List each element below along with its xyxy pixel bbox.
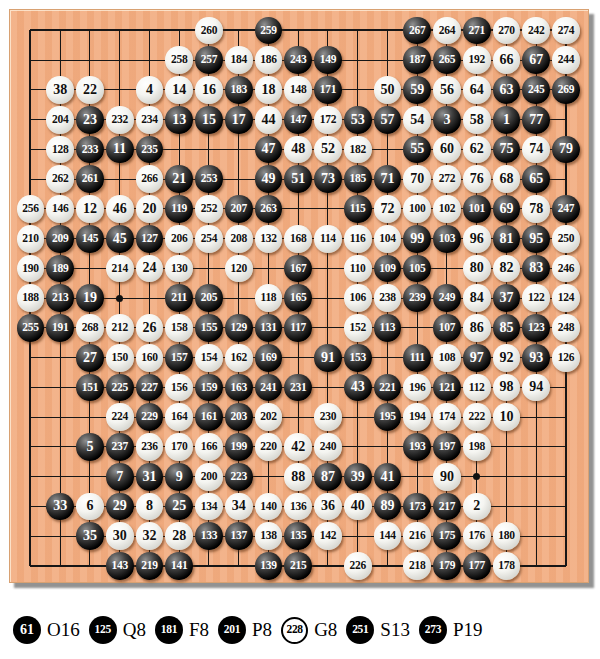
intersection: 250 [551,224,581,254]
white-stone-move-112: 112 [463,374,491,402]
grid-line-vertical [89,30,90,45]
grid-line-vertical [327,313,328,343]
intersection: 76 [462,164,492,194]
intersection: 237 [105,432,135,462]
intersection: 103 [432,224,462,254]
white-stone-move-186: 186 [255,46,283,74]
white-stone-move-44: 44 [255,106,283,134]
intersection [343,432,373,462]
white-stone-move-150: 150 [106,344,134,372]
grid-line-vertical [119,45,120,75]
intersection: 6 [75,492,105,522]
grid-line-vertical [298,30,299,45]
intersection: 96 [462,224,492,254]
grid-line-vertical [29,551,31,566]
caption-entry: 251S13 [346,616,419,644]
intersection [45,462,75,492]
white-stone-move-244: 244 [552,46,580,74]
intersection: 217 [432,492,462,522]
black-stone-move-19: 19 [76,284,104,312]
black-stone-move-105: 105 [403,255,431,283]
intersection [16,462,46,492]
white-stone-move-168: 168 [284,225,312,253]
black-stone-move-49: 49 [255,165,283,193]
white-stone-move-222: 222 [463,403,491,431]
grid-line-vertical [417,462,418,492]
white-stone-move-196: 196 [403,374,431,402]
black-stone-move-9: 9 [165,463,193,491]
intersection [224,135,254,165]
intersection: 122 [521,283,551,313]
white-stone-move-116: 116 [344,225,372,253]
intersection [45,16,75,46]
intersection: 54 [402,105,432,135]
caption-coordinate: S13 [380,619,410,641]
black-stone-move-75: 75 [493,136,521,164]
black-stone-move-13: 13 [165,106,193,134]
intersection: 257 [194,45,224,75]
intersection [75,254,105,284]
black-stone-move-53: 53 [344,106,372,134]
intersection: 149 [313,45,343,75]
white-stone-move-128: 128 [46,136,74,164]
intersection: 205 [194,283,224,313]
black-stone-move-145: 145 [76,225,104,253]
black-stone-move-59: 59 [403,76,431,104]
intersection: 176 [462,521,492,551]
white-stone-move-212: 212 [106,314,134,342]
grid-line-vertical [208,135,209,165]
grid-line-vertical [29,135,31,165]
intersection [16,343,46,373]
grid-line-vertical [29,45,31,75]
intersection: 65 [521,164,551,194]
black-stone-move-43: 43 [344,374,372,402]
grid-line-vertical [357,75,358,105]
intersection: 26 [135,313,165,343]
grid-line-vertical [387,343,388,373]
intersection [164,16,194,46]
grid-line-vertical [327,373,328,403]
black-stone-move-245: 245 [522,76,550,104]
intersection: 145 [75,224,105,254]
intersection [105,45,135,75]
white-stone-move-114: 114 [314,225,342,253]
black-stone-move-93: 93 [522,344,550,372]
white-stone-move-152: 152 [344,314,372,342]
grid-line-vertical [387,551,388,566]
intersection: 160 [135,343,165,373]
intersection: 112 [462,373,492,403]
intersection: 119 [164,194,194,224]
intersection: 126 [551,343,581,373]
intersection [343,75,373,105]
intersection [313,194,343,224]
black-stone-move-137: 137 [225,522,253,550]
black-stone-move-235: 235 [136,136,164,164]
black-stone-move-45: 45 [106,225,134,253]
white-stone-move-262: 262 [46,165,74,193]
intersection: 222 [462,402,492,432]
intersection: 51 [283,164,313,194]
intersection [135,16,165,46]
grid-line-horizontal [551,387,566,388]
black-stone-move-127: 127 [136,225,164,253]
intersection: 46 [105,194,135,224]
intersection: 67 [521,45,551,75]
white-stone-move-84: 84 [463,284,491,312]
white-stone-move-38: 38 [46,76,74,104]
intersection: 227 [135,373,165,403]
intersection: 262 [45,164,75,194]
black-stone-move-87: 87 [314,463,342,491]
intersection: 56 [432,75,462,105]
grid-line-vertical [536,521,537,551]
intersection: 124 [551,283,581,313]
black-stone-move-115: 115 [344,195,372,223]
grid-line-horizontal [551,119,566,120]
intersection [194,254,224,284]
black-stone-icon: 201 [218,616,246,644]
intersection: 30 [105,521,135,551]
grid-line-horizontal [30,60,45,61]
white-stone-move-162: 162 [225,344,253,372]
intersection: 22 [75,75,105,105]
black-stone-move-247: 247 [552,195,580,223]
intersection: 50 [373,75,403,105]
intersection [373,135,403,165]
intersection: 5 [75,432,105,462]
intersection: 18 [254,75,284,105]
white-stone-move-216: 216 [403,522,431,550]
intersection: 88 [283,462,313,492]
intersection: 270 [492,16,522,46]
star-point [473,473,480,480]
grid-line-vertical [506,492,507,522]
intersection: 153 [343,343,373,373]
grid-line-vertical [565,492,567,522]
black-stone-move-139: 139 [255,552,283,580]
grid-line-vertical [506,432,507,462]
intersection: 111 [402,343,432,373]
intersection: 3 [432,105,462,135]
black-stone-move-243: 243 [284,46,312,74]
intersection: 99 [402,224,432,254]
caption-entry: 181F8 [155,616,218,644]
intersection: 117 [283,313,313,343]
intersection [194,551,224,581]
grid-line-vertical [238,135,239,165]
white-stone-move-78: 78 [522,195,550,223]
black-stone-move-133: 133 [195,522,223,550]
black-stone-move-79: 79 [552,136,580,164]
intersection: 173 [402,492,432,522]
intersection [373,551,403,581]
black-stone-move-213: 213 [46,284,74,312]
intersection [283,343,313,373]
black-stone-move-191: 191 [46,314,74,342]
intersection: 118 [254,283,284,313]
grid-line-vertical [29,343,31,373]
white-stone-move-126: 126 [552,344,580,372]
black-stone-move-143: 143 [106,552,134,580]
grid-line-horizontal [30,506,45,507]
intersection: 148 [283,75,313,105]
intersection: 74 [521,135,551,165]
intersection [373,432,403,462]
white-stone-move-34: 34 [225,493,253,521]
intersection: 81 [492,224,522,254]
grid-line-vertical [327,194,328,224]
white-stone-move-94: 94 [522,374,550,402]
grid-line-vertical [298,343,299,373]
intersection: 49 [254,164,284,194]
black-stone-move-37: 37 [493,284,521,312]
black-stone-move-35: 35 [76,522,104,550]
white-stone-move-24: 24 [136,255,164,283]
black-stone-move-241: 241 [255,374,283,402]
black-stone-move-29: 29 [106,493,134,521]
black-stone-move-101: 101 [463,195,491,223]
intersection: 197 [432,432,462,462]
intersection [16,373,46,403]
grid-line-horizontal [551,446,566,447]
intersection: 59 [402,75,432,105]
intersection [521,432,551,462]
black-stone-move-1: 1 [493,106,521,134]
intersection: 57 [373,105,403,135]
white-stone-move-202: 202 [255,403,283,431]
intersection: 271 [462,16,492,46]
white-stone-move-4: 4 [136,76,164,104]
white-stone-move-58: 58 [463,106,491,134]
white-stone-move-184: 184 [225,46,253,74]
grid-line-vertical [29,432,31,462]
white-stone-move-28: 28 [165,522,193,550]
intersection [16,432,46,462]
white-stone-move-158: 158 [165,314,193,342]
intersection [283,402,313,432]
black-stone-move-249: 249 [433,284,461,312]
intersection: 138 [254,521,284,551]
intersection [373,45,403,75]
black-stone-move-95: 95 [522,225,550,253]
intersection: 151 [75,373,105,403]
intersection: 244 [551,45,581,75]
intersection: 233 [75,135,105,165]
intersection: 104 [373,224,403,254]
black-stone-move-163: 163 [225,374,253,402]
intersection: 110 [343,254,373,284]
intersection [75,16,105,46]
white-stone-move-98: 98 [493,374,521,402]
intersection: 156 [164,373,194,403]
white-stone-move-234: 234 [136,106,164,134]
white-stone-move-192: 192 [463,46,491,74]
black-stone-move-107: 107 [433,314,461,342]
white-stone-move-106: 106 [344,284,372,312]
intersection: 259 [254,16,284,46]
intersection: 10 [492,402,522,432]
black-stone-move-211: 211 [165,284,193,312]
intersection: 193 [402,432,432,462]
intersection: 171 [313,75,343,105]
intersection: 194 [402,402,432,432]
intersection: 210 [16,224,46,254]
white-stone-move-206: 206 [165,225,193,253]
white-stone-move-22: 22 [76,76,104,104]
intersection: 33 [45,492,75,522]
grid-line-horizontal [30,89,45,90]
grid-line-vertical [60,462,61,492]
intersection: 165 [283,283,313,313]
white-stone-move-146: 146 [46,195,74,223]
black-stone-move-151: 151 [76,374,104,402]
intersection [462,462,492,492]
black-stone-move-99: 99 [403,225,431,253]
black-stone-move-203: 203 [225,403,253,431]
intersection [283,194,313,224]
intersection [283,16,313,46]
intersection [105,283,135,313]
intersection [551,551,581,581]
caption-coordinate: G8 [314,619,337,641]
black-stone-move-189: 189 [46,255,74,283]
grid-line-vertical [357,521,358,551]
white-stone-move-274: 274 [552,17,580,45]
grid-line-vertical [327,283,328,313]
white-stone-move-8: 8 [136,493,164,521]
intersection [45,551,75,581]
black-stone-move-77: 77 [522,106,550,134]
intersection: 177 [462,551,492,581]
intersection: 20 [135,194,165,224]
grid-line-vertical [238,551,239,566]
white-stone-move-260: 260 [195,17,223,45]
black-stone-move-223: 223 [225,463,253,491]
intersection: 214 [105,254,135,284]
grid-line-vertical [29,492,31,522]
intersection: 203 [224,402,254,432]
intersection: 63 [492,75,522,105]
intersection [521,521,551,551]
grid-line-vertical [89,45,90,75]
intersection: 215 [283,551,313,581]
black-stone-move-129: 129 [225,314,253,342]
white-stone-move-220: 220 [255,433,283,461]
intersection [75,462,105,492]
intersection [313,254,343,284]
intersection: 265 [432,45,462,75]
grid-line-vertical [119,164,120,194]
white-stone-move-140: 140 [255,493,283,521]
intersection: 121 [432,373,462,403]
intersection: 133 [194,521,224,551]
black-stone-move-121: 121 [433,374,461,402]
intersection: 154 [194,343,224,373]
intersection: 90 [432,462,462,492]
grid-line-vertical [506,462,507,492]
intersection: 132 [254,224,284,254]
black-stone-move-147: 147 [284,106,312,134]
intersection: 72 [373,194,403,224]
white-stone-move-10: 10 [493,403,521,431]
grid-line-vertical [29,402,31,432]
grid-line-vertical [149,283,150,313]
grid-line-vertical [327,30,328,45]
intersection: 42 [283,432,313,462]
grid-line-vertical [536,462,537,492]
grid-line-vertical [536,402,537,432]
black-stone-move-261: 261 [76,165,104,193]
white-stone-move-208: 208 [225,225,253,253]
white-stone-move-108: 108 [433,344,461,372]
grid-line-horizontal [551,417,566,418]
black-stone-move-259: 259 [255,17,283,45]
intersection [492,432,522,462]
black-stone-move-17: 17 [225,106,253,134]
intersection: 123 [521,313,551,343]
white-stone-move-170: 170 [165,433,193,461]
intersection [224,551,254,581]
intersection [313,16,343,46]
white-stone-move-198: 198 [463,433,491,461]
white-stone-move-204: 204 [46,106,74,134]
white-stone-move-210: 210 [17,225,45,253]
intersection: 163 [224,373,254,403]
black-stone-move-265: 265 [433,46,461,74]
black-stone-move-141: 141 [165,552,193,580]
intersection: 267 [402,16,432,46]
intersection: 92 [492,343,522,373]
intersection: 248 [551,313,581,343]
black-stone-move-67: 67 [522,46,550,74]
caption-coordinate: F8 [189,619,209,641]
white-stone-move-200: 200 [195,463,223,491]
grid-line-vertical [29,373,31,403]
intersection: 128 [45,135,75,165]
intersection [105,164,135,194]
intersection [551,462,581,492]
white-stone-move-172: 172 [314,106,342,134]
intersection: 268 [75,313,105,343]
white-stone-move-122: 122 [522,284,550,312]
intersection [373,16,403,46]
intersection: 48 [283,135,313,165]
intersection: 85 [492,313,522,343]
intersection: 35 [75,521,105,551]
intersection: 150 [105,343,135,373]
intersection: 89 [373,492,403,522]
intersection: 140 [254,492,284,522]
black-stone-move-195: 195 [374,403,402,431]
black-stone-icon: 125 [89,616,117,644]
intersection [45,45,75,75]
white-stone-move-242: 242 [522,17,550,45]
intersection [313,313,343,343]
intersection: 86 [462,313,492,343]
intersection [224,16,254,46]
caption-coordinate: Q8 [123,619,146,641]
grid-line-vertical [565,164,567,194]
black-stone-move-161: 161 [195,403,223,431]
intersection: 37 [492,283,522,313]
grid-line-vertical [387,135,388,165]
white-stone-move-32: 32 [136,522,164,550]
intersection [16,492,46,522]
black-stone-move-183: 183 [225,76,253,104]
intersection: 239 [402,283,432,313]
